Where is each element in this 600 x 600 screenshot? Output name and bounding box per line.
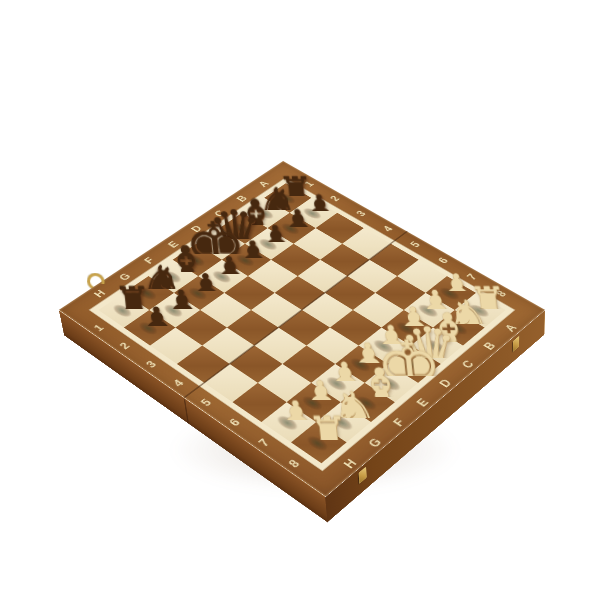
perspective-wrapper: 11AA22BB33CC44DD55EE66FF77GG88HH ♜♞♝♛♚♝♞… (0, 0, 600, 600)
product-photo-scene: 11AA22BB33CC44DD55EE66FF77GG88HH ♜♞♝♛♚♝♞… (0, 0, 600, 600)
brass-clasp-lower (358, 466, 366, 484)
camera-skew-wrapper: 11AA22BB33CC44DD55EE66FF77GG88HH ♜♞♝♛♚♝♞… (0, 0, 600, 600)
chess-board: 11AA22BB33CC44DD55EE66FF77GG88HH ♜♞♝♛♚♝♞… (59, 161, 545, 497)
brass-clasp-upper (513, 336, 520, 352)
fold-seam-side (184, 398, 189, 424)
